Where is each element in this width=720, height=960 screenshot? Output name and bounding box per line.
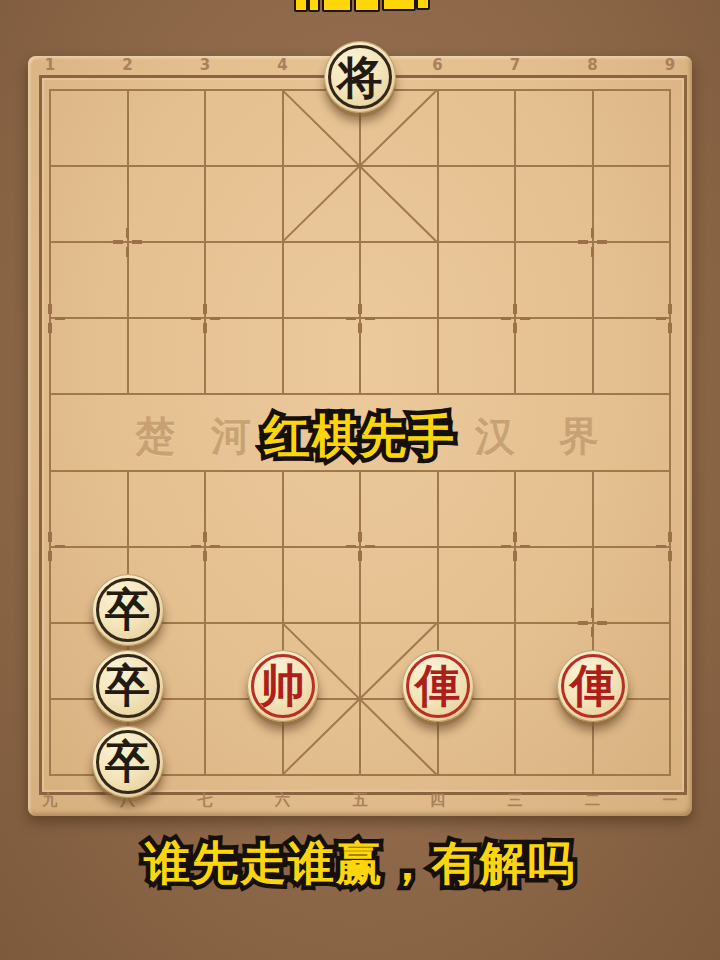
grid-line-file [514,89,516,395]
grid-line-file [204,470,206,776]
title-fragment [308,0,320,12]
position-marker [48,532,52,542]
position-marker [203,304,207,314]
position-marker [668,323,672,333]
position-marker [520,545,530,549]
file-label-bottom: 九 [37,791,63,810]
file-label-bottom: 六 [270,791,296,810]
grid-line-file [592,470,594,776]
file-label-bottom: 四 [425,791,451,810]
position-marker [210,317,220,321]
position-marker [513,532,517,542]
position-marker [126,247,130,257]
position-marker [365,317,375,321]
center-banner: 红棋先手 [0,406,720,468]
position-marker [591,228,595,238]
position-marker [210,545,220,549]
piece-red-chariot[interactable]: 俥 [557,650,629,722]
title-fragment [294,0,308,12]
piece-red-general[interactable]: 帅 [247,650,319,722]
position-marker [668,532,672,542]
position-marker [668,304,672,314]
file-label-bottom: 一 [657,791,683,810]
file-label-top-2: 2 [115,56,141,74]
position-marker [203,323,207,333]
position-marker [513,551,517,561]
position-marker [358,532,362,542]
grid-line-file [204,89,206,395]
piece-glyph: 俥 [415,663,460,708]
piece-glyph: 帅 [260,663,305,708]
file-label-top-8: 8 [580,56,606,74]
piece-black-soldier[interactable]: 卒 [92,574,164,646]
file-label-top-1: 1 [37,56,63,74]
grid-line-file [359,470,361,776]
file-label-top-3: 3 [192,56,218,74]
position-marker [132,240,142,244]
position-marker [48,304,52,314]
position-marker [358,323,362,333]
position-marker [656,545,666,549]
position-marker [365,545,375,549]
position-marker [358,551,362,561]
position-marker [55,545,65,549]
title-fragment [322,0,352,12]
position-marker [501,317,511,321]
position-marker [358,304,362,314]
file-label-bottom: 七 [192,791,218,810]
piece-glyph: 卒 [105,739,150,784]
file-label-top-4: 4 [270,56,296,74]
file-label-top-9: 9 [657,56,683,74]
position-marker [591,627,595,637]
grid-line-file [592,89,594,395]
grid-line-file [514,470,516,776]
piece-glyph: 将 [338,55,383,100]
position-marker [591,247,595,257]
position-marker [501,545,511,549]
position-marker [591,608,595,618]
position-marker [346,545,356,549]
file-label-bottom: 五 [347,791,373,810]
piece-black-soldier[interactable]: 卒 [92,726,164,798]
piece-glyph: 卒 [105,587,150,632]
position-marker [578,240,588,244]
piece-black-soldier[interactable]: 卒 [92,650,164,722]
position-marker [668,551,672,561]
title-fragment [354,0,380,12]
position-marker [597,240,607,244]
position-marker [55,317,65,321]
title-fragment [382,0,416,11]
title-fragment [416,0,430,10]
file-label-top-6: 6 [425,56,451,74]
grid-line-file [359,89,361,395]
position-marker [113,240,123,244]
position-marker [513,323,517,333]
position-marker [203,532,207,542]
piece-red-chariot[interactable]: 俥 [402,650,474,722]
file-label-bottom: 三 [502,791,528,810]
piece-black-general[interactable]: 将 [324,41,396,113]
position-marker [203,551,207,561]
piece-glyph: 卒 [105,663,150,708]
position-marker [346,317,356,321]
position-marker [126,228,130,238]
position-marker [48,323,52,333]
position-marker [48,551,52,561]
position-marker [578,621,588,625]
file-label-top-7: 7 [502,56,528,74]
position-marker [656,317,666,321]
screenshot-root: 楚河 汉界 123456789 九八七六五四三二一 将卒卒卒帅俥俥 红棋先手 谁… [0,0,720,960]
piece-glyph: 俥 [570,663,615,708]
position-marker [191,545,201,549]
position-marker [597,621,607,625]
grid-line-file [127,89,129,395]
position-marker [191,317,201,321]
position-marker [520,317,530,321]
position-marker [513,304,517,314]
file-label-bottom: 二 [580,791,606,810]
bottom-caption: 谁先走谁赢，有解吗 [0,833,720,895]
